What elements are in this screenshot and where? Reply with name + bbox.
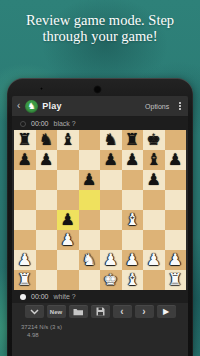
square-c4[interactable]: ♟ [57,210,79,230]
square-d2[interactable]: ♞ [79,250,101,270]
black-knight: ♞ [39,130,53,150]
square-h2[interactable]: ♟ [165,250,187,270]
black-side-indicator-icon [20,121,26,127]
square-g6[interactable]: ♟ [143,170,165,190]
square-a4[interactable] [14,210,36,230]
square-c6[interactable] [57,170,79,190]
chess-board[interactable]: ♜♞♝♞♜♚♟♟♟♟♝♟♟♟♟♝♟♟♞♟♟♟♟♜♚♝♜ [14,130,186,290]
square-f2[interactable]: ♟ [122,250,144,270]
square-g5[interactable] [143,190,165,210]
square-f7[interactable]: ♟ [122,150,144,170]
earpiece-speaker [93,85,102,94]
black-bishop: ♝ [147,150,161,170]
square-b3[interactable] [36,230,58,250]
square-d8[interactable] [79,130,101,150]
square-b5[interactable] [36,190,58,210]
front-camera [40,87,43,90]
black-bishop: ♝ [61,130,75,150]
white-clock-time: 00:00 [31,293,49,300]
black-clock-row: 00:00 black ? [12,117,188,130]
square-h1[interactable]: ♜ [165,270,187,290]
open-game-button[interactable] [69,305,88,318]
square-c1[interactable] [57,270,79,290]
black-rook: ♜ [125,130,139,150]
black-pawn: ♟ [82,170,96,190]
square-f5[interactable] [122,190,144,210]
square-c5[interactable] [57,190,79,210]
square-a7[interactable]: ♟ [14,150,36,170]
square-a5[interactable] [14,190,36,210]
engine-eval: 4.98 [21,331,188,339]
expand-button[interactable] [25,305,44,318]
white-pawn: ♟ [18,250,32,270]
square-g3[interactable] [143,230,165,250]
square-e8[interactable]: ♞ [100,130,122,150]
phone-frame: ‹ ♞ Play Options 00:00 black ? ♜♞♝♞♜♚♟♟♟… [7,78,193,356]
square-d3[interactable] [79,230,101,250]
square-f1[interactable]: ♝ [122,270,144,290]
white-pawn: ♟ [61,230,75,250]
promo-banner: Review game mode. Step through your game… [0,13,200,44]
square-d7[interactable] [79,150,101,170]
square-f4[interactable]: ♝ [122,210,144,230]
black-pawn: ♟ [104,150,118,170]
square-d4[interactable] [79,210,101,230]
white-pawn: ♟ [147,250,161,270]
new-game-button[interactable]: New [47,305,66,318]
square-h5[interactable] [165,190,187,210]
square-h6[interactable] [165,170,187,190]
square-e7[interactable]: ♟ [100,150,122,170]
square-e1[interactable]: ♚ [100,270,122,290]
square-b2[interactable] [36,250,58,270]
black-clock-time: 00:00 [31,120,49,127]
black-rook: ♜ [18,130,32,150]
step-back-button[interactable]: ‹ [113,305,132,318]
square-d6[interactable]: ♟ [79,170,101,190]
play-icon: ▶ [163,307,169,316]
square-h8[interactable] [165,130,187,150]
banner-line-2: through your game! [0,29,200,45]
app-bar: ‹ ♞ Play Options [12,96,188,117]
square-h7[interactable]: ♟ [165,150,187,170]
white-player-label: white ? [54,293,76,300]
black-pawn: ♟ [18,150,32,170]
square-e5[interactable] [100,190,122,210]
chevron-down-icon [30,309,39,315]
white-pawn: ♟ [125,250,139,270]
square-g2[interactable]: ♟ [143,250,165,270]
square-d5[interactable] [79,190,101,210]
square-g1[interactable] [143,270,165,290]
banner-line-1: Review game mode. Step [0,13,200,29]
square-e2[interactable]: ♟ [100,250,122,270]
square-c8[interactable]: ♝ [57,130,79,150]
engine-info: 37214 N/s (3 s) 4.98 [12,320,188,339]
square-f3[interactable] [122,230,144,250]
square-e3[interactable] [100,230,122,250]
app-logo-knight-icon: ♞ [25,100,38,113]
square-b8[interactable]: ♞ [36,130,58,150]
square-a3[interactable] [14,230,36,250]
square-e4[interactable] [100,210,122,230]
square-c2[interactable] [57,250,79,270]
black-pawn: ♟ [39,150,53,170]
square-b6[interactable] [36,170,58,190]
black-pawn: ♟ [61,210,75,230]
square-b7[interactable]: ♟ [36,150,58,170]
square-e6[interactable] [100,170,122,190]
square-h3[interactable] [165,230,187,250]
square-f6[interactable] [122,170,144,190]
square-a6[interactable] [14,170,36,190]
white-side-indicator-icon [20,294,26,300]
options-button[interactable]: Options [145,103,169,110]
black-king: ♚ [147,130,161,150]
white-knight: ♞ [82,250,96,270]
white-bishop: ♝ [125,270,139,290]
white-clock-row: 00:00 white ? [12,290,188,303]
step-forward-button[interactable]: › [135,305,154,318]
folder-open-icon [73,308,84,316]
square-b1[interactable] [36,270,58,290]
engine-nps: 37214 N/s (3 s) [21,323,188,331]
game-toolbar: New ‹ › ▶ [12,305,188,320]
save-floppy-icon [96,307,105,316]
overflow-menu-icon[interactable] [177,100,183,112]
black-pawn: ♟ [125,150,139,170]
black-player-label: black ? [54,120,76,127]
square-b4[interactable] [36,210,58,230]
square-c7[interactable] [57,150,79,170]
white-king: ♚ [104,270,118,290]
white-pawn: ♟ [168,250,182,270]
square-c3[interactable]: ♟ [57,230,79,250]
square-g7[interactable]: ♝ [143,150,165,170]
back-icon[interactable]: ‹ [17,101,20,111]
white-rook: ♜ [168,270,182,290]
square-d1[interactable] [79,270,101,290]
square-g4[interactable] [143,210,165,230]
phone-screen: ‹ ♞ Play Options 00:00 black ? ♜♞♝♞♜♚♟♟♟… [12,96,188,356]
square-a2[interactable]: ♟ [14,250,36,270]
page-title: Play [42,101,61,111]
save-game-button[interactable] [91,305,110,318]
play-button[interactable]: ▶ [157,305,176,318]
black-knight: ♞ [104,130,118,150]
chevron-left-icon: ‹ [120,307,123,317]
square-a8[interactable]: ♜ [14,130,36,150]
black-pawn: ♟ [147,170,161,190]
white-pawn: ♟ [104,250,118,270]
square-h4[interactable] [165,210,187,230]
square-g8[interactable]: ♚ [143,130,165,150]
white-rook: ♜ [18,270,32,290]
square-a1[interactable]: ♜ [14,270,36,290]
white-bishop: ♝ [125,210,139,230]
chevron-right-icon: › [142,307,145,317]
black-pawn: ♟ [168,150,182,170]
square-f8[interactable]: ♜ [122,130,144,150]
